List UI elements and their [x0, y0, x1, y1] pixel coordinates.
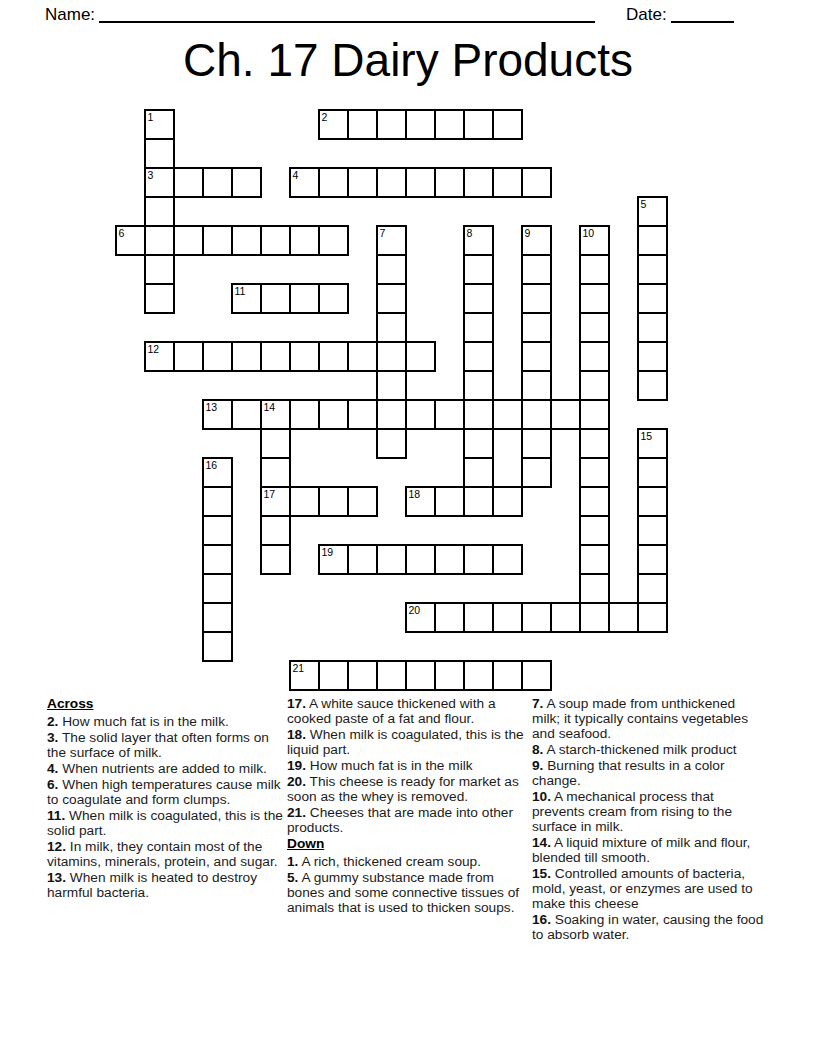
grid-cell-r7c16[interactable]	[579, 312, 610, 343]
grid-cell-r19c14[interactable]	[521, 660, 552, 691]
grid-number-20: 20	[409, 605, 421, 615]
clue-across-4: 4. When nutrients are added to milk.	[47, 761, 287, 776]
clue-across-19: 19. How much fat is in the milk	[287, 758, 527, 773]
grid-cell-r16c18[interactable]	[637, 573, 668, 604]
grid-cell-r17c18[interactable]	[637, 602, 668, 633]
grid-cell-r0c12[interactable]	[463, 109, 494, 140]
clue-down-9: 9. Burning that results in a color chang…	[532, 758, 764, 788]
grid-cell-r0c13[interactable]	[492, 109, 523, 140]
grid-cell-r8c3[interactable]	[202, 341, 233, 372]
grid-number-4: 4	[293, 170, 299, 180]
grid-cell-r19c10[interactable]	[405, 660, 436, 691]
clue-number: 5.	[287, 870, 298, 885]
grid-number-13: 13	[206, 402, 218, 412]
grid-cell-r11c9[interactable]	[376, 428, 407, 459]
clue-down-16: 16. Soaking in water, causing the food t…	[532, 912, 764, 942]
grid-cell-r12c18[interactable]	[637, 457, 668, 488]
grid-cell-r19c12[interactable]	[463, 660, 494, 691]
grid-cell-r13c7[interactable]	[318, 486, 349, 517]
grid-cell-r4c4[interactable]	[231, 225, 262, 256]
grid-cell-r2c4[interactable]	[231, 167, 262, 198]
name-blank-line	[99, 21, 595, 23]
clue-number: 10.	[532, 789, 551, 804]
grid-cell-r9c16[interactable]	[579, 370, 610, 401]
grid-number-17: 17	[264, 489, 276, 499]
grid-cell-r0c10[interactable]	[405, 109, 436, 140]
clue-down-15: 15. Controlled amounts of bacteria, mold…	[532, 866, 764, 911]
worksheet-page: Name: Date: Ch. 17 Dairy Products 123456…	[0, 0, 816, 1056]
grid-cell-r11c16[interactable]	[579, 428, 610, 459]
grid-cell-r8c5[interactable]	[260, 341, 291, 372]
grid-cell-r15c16[interactable]	[579, 544, 610, 575]
clue-number: 9.	[532, 758, 543, 773]
clue-number: 19.	[287, 758, 306, 773]
grid-cell-r17c17[interactable]	[608, 602, 639, 633]
grid-cell-r8c2[interactable]	[173, 341, 204, 372]
clue-text: Controlled amounts of bacteria, mold, ye…	[532, 866, 753, 911]
grid-cell-r5c12[interactable]	[463, 254, 494, 285]
grid-cell-r10c14[interactable]	[521, 399, 552, 430]
grid-cell-r8c12[interactable]	[463, 341, 494, 372]
grid-cell-r19c11[interactable]	[434, 660, 465, 691]
grid-cell-r15c5[interactable]	[260, 544, 291, 575]
grid-cell-r6c1[interactable]	[144, 283, 175, 314]
clue-text: Burning that results in a color change.	[532, 758, 725, 788]
grid-cell-r6c5[interactable]	[260, 283, 291, 314]
grid-cell-r10c6[interactable]	[289, 399, 320, 430]
date-blank-line	[671, 21, 734, 23]
grid-cell-r9c9[interactable]	[376, 370, 407, 401]
grid-cell-r17c12[interactable]	[463, 602, 494, 633]
grid-cell-r5c14[interactable]	[521, 254, 552, 285]
grid-cell-r16c3[interactable]	[202, 573, 233, 604]
grid-number-15: 15	[641, 431, 653, 441]
clue-number: 13.	[47, 870, 66, 885]
grid-cell-r7c12[interactable]	[463, 312, 494, 343]
grid-cell-r9c14[interactable]	[521, 370, 552, 401]
grid-cell-r14c5[interactable]	[260, 515, 291, 546]
clue-across-2: 2. How much fat is in the milk.	[47, 714, 287, 729]
clue-text: When nutrients are added to milk.	[58, 761, 266, 776]
grid-cell-r10c11[interactable]	[434, 399, 465, 430]
grid-cell-r10c10[interactable]	[405, 399, 436, 430]
grid-number-19: 19	[322, 547, 334, 557]
grid-cell-r8c8[interactable]	[347, 341, 378, 372]
clue-number: 12.	[47, 839, 66, 854]
page-title: Ch. 17 Dairy Products	[0, 33, 816, 87]
clue-across-18: 18. When milk is coagulated, this is the…	[287, 727, 527, 757]
clue-number: 7.	[532, 696, 543, 711]
grid-cell-r19c9[interactable]	[376, 660, 407, 691]
grid-cell-r6c14[interactable]	[521, 283, 552, 314]
clue-number: 15.	[532, 866, 551, 881]
grid-cell-r5c16[interactable]	[579, 254, 610, 285]
grid-cell-r2c14[interactable]	[521, 167, 552, 198]
grid-cell-r10c12[interactable]	[463, 399, 494, 430]
grid-cell-r15c9[interactable]	[376, 544, 407, 575]
grid-cell-r0c11[interactable]	[434, 109, 465, 140]
grid-cell-r19c8[interactable]	[347, 660, 378, 691]
grid-cell-r13c11[interactable]	[434, 486, 465, 517]
name-label: Name:	[45, 5, 95, 25]
clue-text: A soup made from unthickened milk; it ty…	[532, 696, 748, 741]
grid-number-1: 1	[148, 112, 154, 122]
grid-cell-r13c18[interactable]	[637, 486, 668, 517]
grid-cell-r6c18[interactable]	[637, 283, 668, 314]
clue-text: When milk is coagulated, this is the sol…	[47, 808, 283, 838]
clue-text: A mechanical process that prevents cream…	[532, 789, 732, 834]
clue-text: In milk, they contain most of the vitami…	[47, 839, 278, 869]
grid-number-2: 2	[322, 112, 328, 122]
grid-cell-r7c9[interactable]	[376, 312, 407, 343]
grid-cell-r2c12[interactable]	[463, 167, 494, 198]
grid-cell-r8c16[interactable]	[579, 341, 610, 372]
grid-number-18: 18	[409, 489, 421, 499]
grid-cell-r9c12[interactable]	[463, 370, 494, 401]
clue-text: A rich, thickened cream soup.	[298, 854, 481, 869]
grid-cell-r11c5[interactable]	[260, 428, 291, 459]
across-clues-header: Across	[47, 696, 287, 711]
grid-number-5: 5	[641, 199, 647, 209]
clue-across-21: 21. Cheeses that are made into other pro…	[287, 805, 527, 835]
grid-cell-r17c16[interactable]	[579, 602, 610, 633]
grid-number-3: 3	[148, 170, 154, 180]
grid-number-14: 14	[264, 402, 276, 412]
grid-cell-r12c16[interactable]	[579, 457, 610, 488]
grid-cell-r11c12[interactable]	[463, 428, 494, 459]
clue-number: 17.	[287, 696, 306, 711]
grid-cell-r10c7[interactable]	[318, 399, 349, 430]
clue-number: 11.	[47, 808, 65, 823]
grid-cell-r10c9[interactable]	[376, 399, 407, 430]
grid-cell-r13c16[interactable]	[579, 486, 610, 517]
grid-cell-r5c9[interactable]	[376, 254, 407, 285]
grid-cell-r10c13[interactable]	[492, 399, 523, 430]
grid-cell-r8c14[interactable]	[521, 341, 552, 372]
clue-text: When milk is coagulated, this is the liq…	[287, 727, 524, 757]
clue-across-20: 20. This cheese is ready for market as s…	[287, 774, 527, 804]
grid-cell-r14c18[interactable]	[637, 515, 668, 546]
clue-text: A starch-thickened milk product	[543, 742, 736, 757]
grid-cell-r4c18[interactable]	[637, 225, 668, 256]
clue-across-6: 6. When high temperatures cause milk to …	[47, 777, 287, 807]
grid-cell-r2c3[interactable]	[202, 167, 233, 198]
grid-cell-r14c3[interactable]	[202, 515, 233, 546]
grid-cell-r0c9[interactable]	[376, 109, 407, 140]
grid-cell-r13c8[interactable]	[347, 486, 378, 517]
clue-across-3: 3. The solid layer that often forms on t…	[47, 730, 287, 760]
down-clues-header: Down	[287, 836, 527, 851]
clue-number: 6.	[47, 777, 58, 792]
clue-number: 4.	[47, 761, 58, 776]
grid-number-7: 7	[380, 228, 386, 238]
grid-cell-r8c9[interactable]	[376, 341, 407, 372]
clue-number: 21.	[287, 805, 306, 820]
date-label: Date:	[626, 5, 667, 25]
grid-cell-r17c11[interactable]	[434, 602, 465, 633]
grid-cell-r6c6[interactable]	[289, 283, 320, 314]
grid-cell-r6c9[interactable]	[376, 283, 407, 314]
grid-cell-r17c13[interactable]	[492, 602, 523, 633]
grid-cell-r4c2[interactable]	[173, 225, 204, 256]
grid-cell-r15c13[interactable]	[492, 544, 523, 575]
clue-text: How much fat is in the milk	[306, 758, 473, 773]
grid-number-21: 21	[293, 663, 305, 673]
grid-cell-r17c3[interactable]	[202, 602, 233, 633]
grid-cell-r15c8[interactable]	[347, 544, 378, 575]
grid-cell-r10c8[interactable]	[347, 399, 378, 430]
clue-down-8: 8. A starch-thickened milk product	[532, 742, 764, 757]
grid-cell-r12c14[interactable]	[521, 457, 552, 488]
grid-cell-r14c16[interactable]	[579, 515, 610, 546]
grid-cell-r8c7[interactable]	[318, 341, 349, 372]
clues-column-1: Across2. How much fat is in the milk.3. …	[47, 696, 287, 901]
grid-cell-r0c8[interactable]	[347, 109, 378, 140]
grid-cell-r2c10[interactable]	[405, 167, 436, 198]
clue-text: This cheese is ready for market as soon …	[287, 774, 519, 804]
grid-number-9: 9	[525, 228, 531, 238]
grid-cell-r16c16[interactable]	[579, 573, 610, 604]
grid-cell-r4c3[interactable]	[202, 225, 233, 256]
grid-cell-r2c9[interactable]	[376, 167, 407, 198]
grid-cell-r7c18[interactable]	[637, 312, 668, 343]
grid-cell-r5c18[interactable]	[637, 254, 668, 285]
clue-text: The solid layer that often forms on the …	[47, 730, 269, 760]
grid-cell-r17c14[interactable]	[521, 602, 552, 633]
grid-cell-r2c2[interactable]	[173, 167, 204, 198]
grid-cell-r2c7[interactable]	[318, 167, 349, 198]
grid-cell-r13c13[interactable]	[492, 486, 523, 517]
clue-across-12: 12. In milk, they contain most of the vi…	[47, 839, 287, 869]
grid-cell-r8c6[interactable]	[289, 341, 320, 372]
grid-cell-r15c3[interactable]	[202, 544, 233, 575]
grid-cell-r17c15[interactable]	[550, 602, 581, 633]
grid-cell-r2c8[interactable]	[347, 167, 378, 198]
grid-number-11: 11	[235, 286, 246, 296]
clue-number: 2.	[47, 714, 58, 729]
clue-number: 20.	[287, 774, 306, 789]
clue-across-13: 13. When milk is heated to destroy harmf…	[47, 870, 287, 900]
clue-number: 8.	[532, 742, 543, 757]
grid-cell-r15c11[interactable]	[434, 544, 465, 575]
grid-cell-r15c18[interactable]	[637, 544, 668, 575]
grid-cell-r4c1[interactable]	[144, 225, 175, 256]
clue-number: 16.	[532, 912, 551, 927]
clue-down-14: 14. A liquid mixture of milk and flour, …	[532, 835, 764, 865]
grid-number-16: 16	[206, 460, 218, 470]
clue-number: 14.	[532, 835, 551, 850]
grid-cell-r15c10[interactable]	[405, 544, 436, 575]
grid-cell-r10c4[interactable]	[231, 399, 262, 430]
clues-column-2: 17. A white sauce thickened with a cooke…	[287, 696, 527, 916]
grid-cell-r13c12[interactable]	[463, 486, 494, 517]
grid-number-10: 10	[583, 228, 595, 238]
clue-text: Cheeses that are made into other product…	[287, 805, 513, 835]
grid-cell-r8c18[interactable]	[637, 341, 668, 372]
clue-number: 3.	[47, 730, 58, 745]
grid-cell-r9c18[interactable]	[637, 370, 668, 401]
clue-text: When high temperatures cause milk to coa…	[47, 777, 281, 807]
clue-down-7: 7. A soup made from unthickened milk; it…	[532, 696, 764, 741]
clue-text: When milk is heated to destroy harmful b…	[47, 870, 257, 900]
grid-cell-r6c12[interactable]	[463, 283, 494, 314]
clue-across-17: 17. A white sauce thickened with a cooke…	[287, 696, 527, 726]
grid-number-12: 12	[148, 344, 160, 354]
grid-cell-r4c7[interactable]	[318, 225, 349, 256]
grid-cell-r13c6[interactable]	[289, 486, 320, 517]
crossword-grid: 123456789101112131415161718192021	[115, 109, 668, 691]
grid-cell-r7c14[interactable]	[521, 312, 552, 343]
grid-cell-r4c6[interactable]	[289, 225, 320, 256]
clue-text: A liquid mixture of milk and flour, blen…	[532, 835, 750, 865]
grid-cell-r13c3[interactable]	[202, 486, 233, 517]
grid-cell-r1c1[interactable]	[144, 138, 175, 169]
clue-down-10: 10. A mechanical process that prevents c…	[532, 789, 764, 834]
clue-number: 1.	[287, 854, 298, 869]
grid-cell-r5c1[interactable]	[144, 254, 175, 285]
clue-text: Soaking in water, causing the food to ab…	[532, 912, 763, 942]
clue-across-11: 11. When milk is coagulated, this is the…	[47, 808, 287, 838]
clues-column-3: 7. A soup made from unthickened milk; it…	[532, 696, 764, 943]
grid-cell-r11c14[interactable]	[521, 428, 552, 459]
grid-cell-r6c7[interactable]	[318, 283, 349, 314]
clue-text: A gummy substance made from bones and so…	[287, 870, 519, 915]
clue-number: 18.	[287, 727, 306, 742]
clue-text: A white sauce thickened with a cooked pa…	[287, 696, 496, 726]
grid-cell-r15c12[interactable]	[463, 544, 494, 575]
grid-cell-r2c11[interactable]	[434, 167, 465, 198]
grid-cell-r3c1[interactable]	[144, 196, 175, 227]
grid-cell-r10c15[interactable]	[550, 399, 581, 430]
clue-down-5: 5. A gummy substance made from bones and…	[287, 870, 527, 915]
grid-number-8: 8	[467, 228, 473, 238]
grid-number-6: 6	[119, 228, 125, 238]
grid-cell-r12c12[interactable]	[463, 457, 494, 488]
clue-down-1: 1. A rich, thickened cream soup.	[287, 854, 527, 869]
grid-cell-r12c5[interactable]	[260, 457, 291, 488]
grid-cell-r8c10[interactable]	[405, 341, 436, 372]
grid-cell-r10c16[interactable]	[579, 399, 610, 430]
grid-cell-r4c5[interactable]	[260, 225, 291, 256]
grid-cell-r8c4[interactable]	[231, 341, 262, 372]
grid-cell-r19c13[interactable]	[492, 660, 523, 691]
grid-cell-r2c13[interactable]	[492, 167, 523, 198]
clue-text: How much fat is in the milk.	[58, 714, 228, 729]
grid-cell-r19c7[interactable]	[318, 660, 349, 691]
grid-cell-r18c3[interactable]	[202, 631, 233, 662]
grid-cell-r6c16[interactable]	[579, 283, 610, 314]
